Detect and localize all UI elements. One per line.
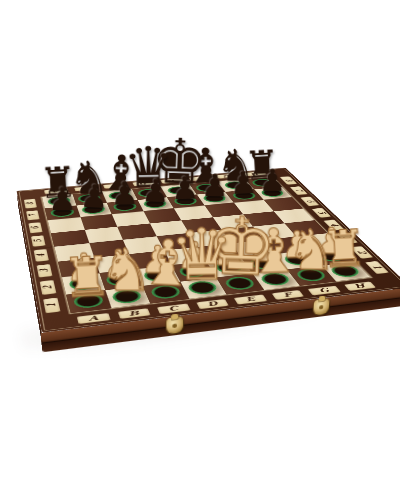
coordinate-label: 6 xyxy=(304,200,315,203)
piece-glyph: ♟ xyxy=(229,167,258,199)
piece-glyph: ♟ xyxy=(110,177,139,209)
coordinate-plaque-1-left: 1 xyxy=(43,297,60,313)
coordinate-plaque-7-right: 7 xyxy=(290,186,308,195)
coordinate-label: 6 xyxy=(30,226,41,230)
coordinate-plaque-6-left: 6 xyxy=(28,222,42,233)
piece-glyph: ♟ xyxy=(141,174,170,206)
brass-clasp-right xyxy=(313,298,329,315)
coordinate-plaque-5-left: 5 xyxy=(31,235,46,247)
coordinate-label: 3 xyxy=(39,268,51,273)
coordinate-label: 5 xyxy=(316,211,327,214)
piece-glyph: ♟ xyxy=(79,179,109,212)
piece-glyph: ♟ xyxy=(48,183,77,215)
brass-clasp-left xyxy=(167,316,184,334)
coordinate-label: G xyxy=(317,287,331,293)
coordinate-label: 7 xyxy=(293,189,304,192)
coordinate-plaque-f-bottom: F xyxy=(271,290,304,300)
coordinate-plaque-h-bottom: H xyxy=(343,282,376,291)
piece-glyph: ♜ xyxy=(61,249,112,306)
coordinate-label: A xyxy=(88,315,99,322)
coordinate-label: F xyxy=(282,292,294,298)
coordinate-label: 8 xyxy=(25,202,35,205)
coordinate-plaque-b-bottom: B xyxy=(117,308,150,319)
coordinate-label: 7 xyxy=(28,213,38,216)
coordinate-plaque-a-bottom: A xyxy=(77,313,110,324)
coordinate-label: 1 xyxy=(370,265,383,269)
coordinate-label: E xyxy=(244,296,256,302)
coordinate-plaque-7-left: 7 xyxy=(26,210,39,220)
square-d7: ♟ xyxy=(137,197,174,211)
piece-glyph: ♟ xyxy=(201,170,229,201)
coordinate-plaque-3-left: 3 xyxy=(37,264,53,278)
coordinate-label: 5 xyxy=(33,239,44,243)
coordinate-plaque-c-bottom: C xyxy=(157,304,190,314)
chess-board: ABCDEFGH ABCDEFGH 87654321 87654321 ♜♞♝♛… xyxy=(17,168,400,333)
coordinate-plaque-g-bottom: G xyxy=(308,286,341,296)
perspective-scene: ABCDEFGH ABCDEFGH 87654321 87654321 ♜♞♝♛… xyxy=(0,0,400,498)
coordinate-plaque-d-bottom: D xyxy=(196,299,229,309)
coordinate-plaque-5-right: 5 xyxy=(311,208,331,218)
piece-glyph: ♟ xyxy=(259,165,286,195)
piece-glyph: ♟ xyxy=(170,172,199,204)
square-a1: ♜ xyxy=(66,290,111,313)
coordinate-plaque-8-left: 8 xyxy=(24,199,37,209)
coordinate-label: 4 xyxy=(36,253,47,257)
coordinate-label: D xyxy=(206,301,219,308)
coordinate-plaque-6-right: 6 xyxy=(300,197,319,206)
coordinate-plaque-4-left: 4 xyxy=(34,249,49,262)
coordinate-plaque-e-bottom: E xyxy=(234,295,267,305)
coordinate-label: C xyxy=(167,305,179,312)
coordinate-label: 1 xyxy=(45,303,58,308)
coordinate-label: B xyxy=(128,310,140,317)
square-a6 xyxy=(48,217,85,233)
coordinate-label: 2 xyxy=(42,285,54,290)
chess-set-product-photo: ABCDEFGH ABCDEFGH 87654321 87654321 ♜♞♝♛… xyxy=(0,0,400,498)
coordinate-label: H xyxy=(352,283,367,289)
coordinate-plaque-2-left: 2 xyxy=(40,280,57,295)
